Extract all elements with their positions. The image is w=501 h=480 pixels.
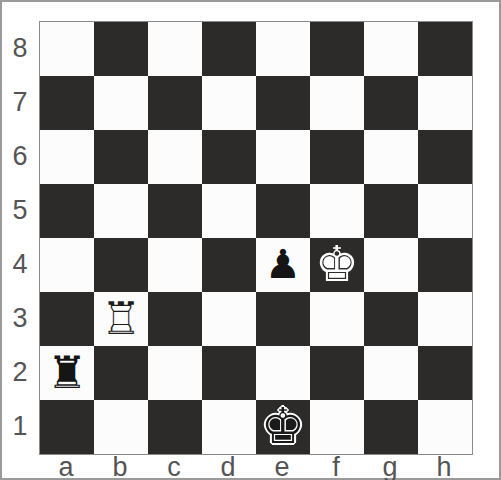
square-f7[interactable] <box>310 76 364 130</box>
square-a6[interactable] <box>40 130 94 184</box>
square-h5[interactable] <box>418 184 472 238</box>
file-label-b: b <box>93 454 147 480</box>
white-rook[interactable]: ♖ <box>101 296 141 341</box>
square-c7[interactable] <box>148 76 202 130</box>
square-h4[interactable] <box>418 238 472 292</box>
square-c5[interactable] <box>148 184 202 238</box>
rank-label-5: 5 <box>2 183 38 237</box>
square-f2[interactable] <box>310 346 364 400</box>
square-f4[interactable]: ♚ <box>310 238 364 292</box>
square-e2[interactable] <box>256 346 310 400</box>
square-b1[interactable] <box>94 400 148 454</box>
square-a3[interactable] <box>40 292 94 346</box>
square-b8[interactable] <box>94 22 148 76</box>
square-g3[interactable] <box>364 292 418 346</box>
rank-label-3: 3 <box>2 291 38 345</box>
square-c8[interactable] <box>148 22 202 76</box>
square-d2[interactable] <box>202 346 256 400</box>
square-b6[interactable] <box>94 130 148 184</box>
file-label-c: c <box>147 454 201 480</box>
square-g2[interactable] <box>364 346 418 400</box>
square-g1[interactable] <box>364 400 418 454</box>
square-f8[interactable] <box>310 22 364 76</box>
square-h8[interactable] <box>418 22 472 76</box>
rank-label-8: 8 <box>2 21 38 75</box>
square-g4[interactable] <box>364 238 418 292</box>
file-label-d: d <box>201 454 255 480</box>
square-b5[interactable] <box>94 184 148 238</box>
square-f5[interactable] <box>310 184 364 238</box>
square-f3[interactable] <box>310 292 364 346</box>
white-king[interactable]: ♚ <box>315 240 359 289</box>
square-d5[interactable] <box>202 184 256 238</box>
chess-board: ♟♚♖♜♚ <box>39 21 473 455</box>
rank-label-7: 7 <box>2 75 38 129</box>
square-h1[interactable] <box>418 400 472 454</box>
square-c3[interactable] <box>148 292 202 346</box>
rank-label-4: 4 <box>2 237 38 291</box>
square-f6[interactable] <box>310 130 364 184</box>
diagram-frame: 87654321 ♟♚♖♜♚ abcdefgh <box>0 0 501 480</box>
square-g8[interactable] <box>364 22 418 76</box>
square-b3[interactable]: ♖ <box>94 292 148 346</box>
square-a4[interactable] <box>40 238 94 292</box>
square-h3[interactable] <box>418 292 472 346</box>
square-a1[interactable] <box>40 400 94 454</box>
square-g6[interactable] <box>364 130 418 184</box>
file-label-h: h <box>417 454 471 480</box>
square-a5[interactable] <box>40 184 94 238</box>
square-c6[interactable] <box>148 130 202 184</box>
rank-label-6: 6 <box>2 129 38 183</box>
square-a8[interactable] <box>40 22 94 76</box>
square-b4[interactable] <box>94 238 148 292</box>
black-pawn[interactable]: ♟ <box>265 244 301 284</box>
square-f1[interactable] <box>310 400 364 454</box>
square-h2[interactable] <box>418 346 472 400</box>
square-a7[interactable] <box>40 76 94 130</box>
black-king[interactable]: ♚ <box>261 402 305 451</box>
square-d4[interactable] <box>202 238 256 292</box>
square-e4[interactable]: ♟ <box>256 238 310 292</box>
square-e6[interactable] <box>256 130 310 184</box>
square-h7[interactable] <box>418 76 472 130</box>
file-label-f: f <box>309 454 363 480</box>
square-g7[interactable] <box>364 76 418 130</box>
square-d8[interactable] <box>202 22 256 76</box>
square-e3[interactable] <box>256 292 310 346</box>
square-c4[interactable] <box>148 238 202 292</box>
file-label-g: g <box>363 454 417 480</box>
square-d6[interactable] <box>202 130 256 184</box>
square-b2[interactable] <box>94 346 148 400</box>
square-g5[interactable] <box>364 184 418 238</box>
square-c2[interactable] <box>148 346 202 400</box>
square-e5[interactable] <box>256 184 310 238</box>
black-rook[interactable]: ♜ <box>47 350 87 395</box>
square-d1[interactable] <box>202 400 256 454</box>
square-h6[interactable] <box>418 130 472 184</box>
square-c1[interactable] <box>148 400 202 454</box>
file-label-e: e <box>255 454 309 480</box>
rank-label-2: 2 <box>2 345 38 399</box>
square-e1[interactable]: ♚ <box>256 400 310 454</box>
square-e8[interactable] <box>256 22 310 76</box>
square-b7[interactable] <box>94 76 148 130</box>
square-a2[interactable]: ♜ <box>40 346 94 400</box>
rank-label-1: 1 <box>2 399 38 453</box>
square-d3[interactable] <box>202 292 256 346</box>
square-d7[interactable] <box>202 76 256 130</box>
file-label-a: a <box>39 454 93 480</box>
square-e7[interactable] <box>256 76 310 130</box>
